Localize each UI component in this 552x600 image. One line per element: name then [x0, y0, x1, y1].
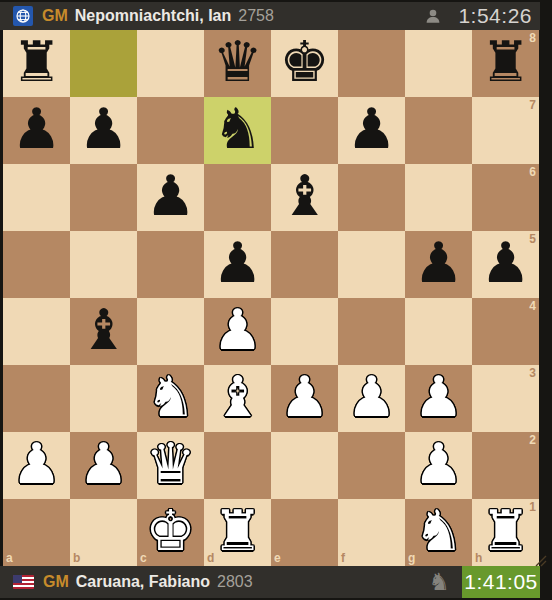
square-e6: ♝ — [271, 164, 338, 231]
square-g2: ♟ — [405, 432, 472, 499]
piece-white-knight-c3: ♞ — [145, 369, 195, 425]
square-b3 — [70, 365, 137, 432]
square-d4: ♟ — [204, 298, 271, 365]
coord-file-f: f — [341, 552, 345, 564]
square-c6: ♟ — [137, 164, 204, 231]
square-c7 — [137, 97, 204, 164]
top-player-rating: 2758 — [238, 7, 274, 25]
bottom-player-bar: GM Caruana, Fabiano 2803 ♞ 1:41:05 — [0, 566, 540, 598]
square-h7: 7 — [472, 97, 539, 164]
piece-white-rook-d1: ♜ — [212, 503, 262, 559]
square-g4 — [405, 298, 472, 365]
square-g1: ♞g — [405, 499, 472, 566]
square-b8 — [70, 30, 137, 97]
square-a6 — [3, 164, 70, 231]
square-d7: ♞ — [204, 97, 271, 164]
piece-white-pawn-a2: ♟ — [11, 436, 61, 492]
top-player-clock: 1:54:26 — [454, 4, 540, 28]
square-e1: e — [271, 499, 338, 566]
square-f6 — [338, 164, 405, 231]
player-silhouette-icon — [424, 7, 442, 25]
square-d8: ♛ — [204, 30, 271, 97]
piece-white-pawn-d4: ♟ — [212, 302, 262, 358]
top-player-title: GM — [42, 7, 68, 25]
piece-black-pawn-f7: ♟ — [346, 101, 396, 157]
piece-black-rook-a8: ♜ — [11, 34, 61, 90]
bottom-player-title: GM — [43, 573, 69, 591]
square-h5: ♟5 — [472, 231, 539, 298]
top-player-bar: GM Nepomniachtchi, Ian 2758 1:54:26 — [0, 0, 540, 30]
square-b6 — [70, 164, 137, 231]
bottom-player-name[interactable]: Caruana, Fabiano — [76, 573, 210, 591]
knight-icon: ♞ — [428, 570, 450, 594]
bottom-player-clock: 1:41:05 — [462, 566, 540, 598]
piece-black-pawn-b7: ♟ — [78, 101, 128, 157]
square-h6: 6 — [472, 164, 539, 231]
square-d6 — [204, 164, 271, 231]
square-d5: ♟ — [204, 231, 271, 298]
coord-rank-4: 4 — [529, 300, 536, 312]
piece-white-bishop-d3: ♝ — [212, 369, 262, 425]
chess-board: ♜♛♚♜8♟♟♞♟7♟♝6♟♟♟5♝♟4♞♝♟♟♟3♟♟♛♟2ab♚c♜def♞… — [3, 30, 539, 566]
coord-rank-2: 2 — [529, 434, 536, 446]
square-b4: ♝ — [70, 298, 137, 365]
square-f2 — [338, 432, 405, 499]
square-a3 — [3, 365, 70, 432]
square-e5 — [271, 231, 338, 298]
square-e2 — [271, 432, 338, 499]
square-e8: ♚ — [271, 30, 338, 97]
coord-rank-6: 6 — [529, 166, 536, 178]
piece-white-knight-g1: ♞ — [413, 503, 463, 559]
piece-black-knight-d7: ♞ — [212, 101, 262, 157]
us-flag-icon — [13, 575, 34, 589]
coord-file-e: e — [274, 552, 281, 564]
board-grid: ♜♛♚♜8♟♟♞♟7♟♝6♟♟♟5♝♟4♞♝♟♟♟3♟♟♛♟2ab♚c♜def♞… — [3, 30, 539, 566]
coord-file-a: a — [6, 552, 13, 564]
square-h3: 3 — [472, 365, 539, 432]
piece-black-king-e8: ♚ — [279, 34, 329, 90]
square-h4: 4 — [472, 298, 539, 365]
square-f1: f — [338, 499, 405, 566]
square-a5 — [3, 231, 70, 298]
square-c1: ♚c — [137, 499, 204, 566]
piece-white-pawn-f3: ♟ — [346, 369, 396, 425]
square-c4 — [137, 298, 204, 365]
square-a1: a — [3, 499, 70, 566]
square-h2: 2 — [472, 432, 539, 499]
piece-black-pawn-h5: ♟ — [480, 235, 530, 291]
square-g8 — [405, 30, 472, 97]
square-d3: ♝ — [204, 365, 271, 432]
square-g7 — [405, 97, 472, 164]
square-f3: ♟ — [338, 365, 405, 432]
square-f7: ♟ — [338, 97, 405, 164]
piece-white-pawn-g2: ♟ — [413, 436, 463, 492]
square-a4 — [3, 298, 70, 365]
square-e7 — [271, 97, 338, 164]
square-c3: ♞ — [137, 365, 204, 432]
square-g6 — [405, 164, 472, 231]
square-c5 — [137, 231, 204, 298]
square-a8: ♜ — [3, 30, 70, 97]
square-h1: ♜h1 — [472, 499, 539, 566]
square-a2: ♟ — [3, 432, 70, 499]
top-player-name[interactable]: Nepomniachtchi, Ian — [75, 7, 231, 25]
bottom-player-rating: 2803 — [217, 573, 253, 591]
fide-flag-icon — [13, 6, 33, 26]
square-b1: b — [70, 499, 137, 566]
coord-rank-3: 3 — [529, 367, 536, 379]
piece-white-pawn-e3: ♟ — [279, 369, 329, 425]
coord-file-b: b — [73, 552, 80, 564]
piece-white-queen-c2: ♛ — [145, 436, 195, 492]
square-e3: ♟ — [271, 365, 338, 432]
piece-black-bishop-b4: ♝ — [78, 302, 128, 358]
piece-black-rook-h8: ♜ — [480, 34, 530, 90]
square-f5 — [338, 231, 405, 298]
square-b2: ♟ — [70, 432, 137, 499]
square-g3: ♟ — [405, 365, 472, 432]
square-d1: ♜d — [204, 499, 271, 566]
square-e4 — [271, 298, 338, 365]
square-b5 — [70, 231, 137, 298]
piece-black-pawn-a7: ♟ — [11, 101, 61, 157]
square-b7: ♟ — [70, 97, 137, 164]
board-resize-handle[interactable] — [535, 553, 547, 565]
piece-black-pawn-d5: ♟ — [212, 235, 262, 291]
piece-black-pawn-c6: ♟ — [145, 168, 195, 224]
square-d2 — [204, 432, 271, 499]
piece-white-king-c1: ♚ — [145, 503, 195, 559]
square-g5: ♟ — [405, 231, 472, 298]
piece-white-rook-h1: ♜ — [480, 503, 530, 559]
square-c8 — [137, 30, 204, 97]
square-h8: ♜8 — [472, 30, 539, 97]
piece-white-pawn-b2: ♟ — [78, 436, 128, 492]
piece-black-pawn-g5: ♟ — [413, 235, 463, 291]
square-f4 — [338, 298, 405, 365]
chess-tv-page: GM Nepomniachtchi, Ian 2758 1:54:26 ♜♛♚♜… — [0, 0, 552, 600]
piece-black-queen-d8: ♛ — [212, 34, 262, 90]
square-a7: ♟ — [3, 97, 70, 164]
coord-rank-7: 7 — [529, 99, 536, 111]
piece-black-bishop-e6: ♝ — [279, 168, 329, 224]
square-c2: ♛ — [137, 432, 204, 499]
piece-white-pawn-g3: ♟ — [413, 369, 463, 425]
square-f8 — [338, 30, 405, 97]
